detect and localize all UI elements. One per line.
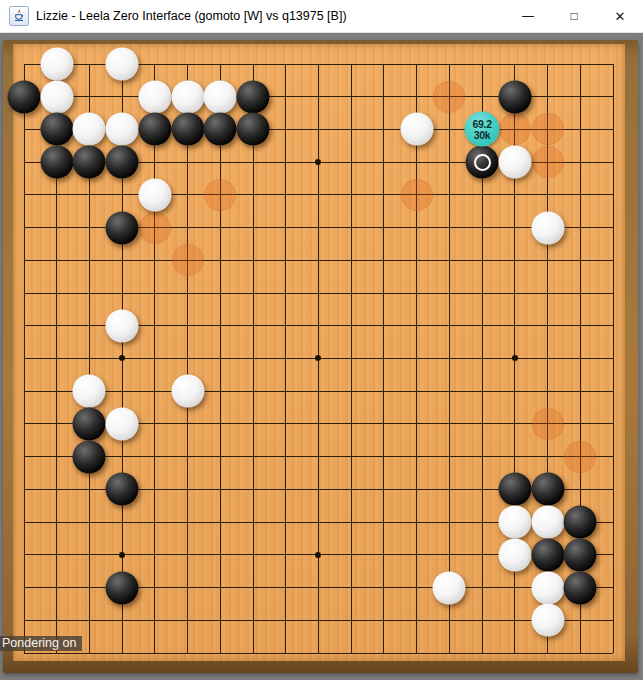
white-stone — [531, 604, 564, 637]
white-stone — [106, 113, 139, 146]
window-title: Lizzie - Leela Zero Interface (gomoto [W… — [36, 9, 347, 23]
star-point — [315, 355, 321, 361]
candidate-move-circle — [499, 113, 531, 145]
black-stone — [40, 146, 73, 179]
grid-line-vertical — [613, 64, 614, 653]
black-stone — [73, 146, 106, 179]
candidate-move-circle — [139, 212, 171, 244]
white-stone — [498, 146, 531, 179]
white-stone — [40, 80, 73, 113]
black-stone — [106, 146, 139, 179]
candidate-move-circle — [204, 179, 236, 211]
white-stone — [400, 113, 433, 146]
white-stone — [531, 506, 564, 539]
minimize-button[interactable]: — — [505, 0, 551, 32]
black-stone — [498, 80, 531, 113]
title-bar: Lizzie - Leela Zero Interface (gomoto [W… — [0, 0, 643, 33]
candidate-move-circle — [532, 146, 564, 178]
candidate-move-circle — [564, 441, 596, 473]
black-stone — [8, 80, 41, 113]
candidate-move-circle — [401, 179, 433, 211]
grid-line-horizontal — [24, 391, 613, 392]
white-stone — [498, 506, 531, 539]
candidate-move-circle — [532, 113, 564, 145]
white-stone — [433, 571, 466, 604]
black-stone — [73, 440, 106, 473]
grid-line-vertical — [351, 64, 352, 653]
white-stone — [531, 571, 564, 604]
best-move-winrate: 69.2 — [472, 118, 491, 129]
best-move-suggestion[interactable]: 69.2 30k — [465, 112, 500, 147]
grid-line-vertical — [416, 64, 417, 653]
star-point — [119, 552, 125, 558]
black-stone — [564, 506, 597, 539]
white-stone — [531, 211, 564, 244]
white-stone — [106, 309, 139, 342]
star-point — [512, 355, 518, 361]
white-stone — [40, 48, 73, 81]
grid-line-horizontal — [24, 620, 613, 621]
grid-line-horizontal — [24, 456, 613, 457]
black-stone — [73, 407, 106, 440]
white-stone — [204, 80, 237, 113]
white-stone — [73, 375, 106, 408]
close-button[interactable]: ✕ — [597, 0, 643, 32]
maximize-button[interactable]: □ — [551, 0, 597, 32]
white-stone — [138, 178, 171, 211]
black-stone — [106, 211, 139, 244]
star-point — [315, 552, 321, 558]
white-stone — [73, 113, 106, 146]
black-stone — [40, 113, 73, 146]
star-point — [119, 355, 125, 361]
white-stone — [171, 80, 204, 113]
black-stone — [498, 473, 531, 506]
black-stone — [564, 538, 597, 571]
grid-line-vertical — [383, 64, 384, 653]
white-stone — [106, 48, 139, 81]
black-stone — [564, 571, 597, 604]
star-point — [315, 159, 321, 165]
app-window: Lizzie - Leela Zero Interface (gomoto [W… — [0, 0, 643, 680]
go-board[interactable]: 69.2 30k — [3, 40, 638, 673]
white-stone — [138, 80, 171, 113]
grid-line-vertical — [449, 64, 450, 653]
white-stone — [498, 538, 531, 571]
black-stone — [106, 571, 139, 604]
candidate-move-circle — [532, 408, 564, 440]
black-stone — [171, 113, 204, 146]
black-stone — [204, 113, 237, 146]
java-coffee-cup-icon — [9, 6, 29, 26]
candidate-move-circle — [172, 244, 204, 276]
black-stone — [106, 473, 139, 506]
black-stone — [466, 146, 499, 179]
black-stone — [531, 473, 564, 506]
grid-line-horizontal — [24, 653, 613, 654]
black-stone — [237, 113, 270, 146]
white-stone — [106, 407, 139, 440]
black-stone — [531, 538, 564, 571]
candidate-move-circle — [433, 81, 465, 113]
best-move-visits: 30k — [474, 129, 491, 140]
white-stone — [171, 375, 204, 408]
black-stone — [138, 113, 171, 146]
pondering-status: Pondering on — [0, 636, 82, 651]
last-move-marker — [474, 154, 491, 171]
black-stone — [237, 80, 270, 113]
window-controls: — □ ✕ — [505, 0, 643, 32]
